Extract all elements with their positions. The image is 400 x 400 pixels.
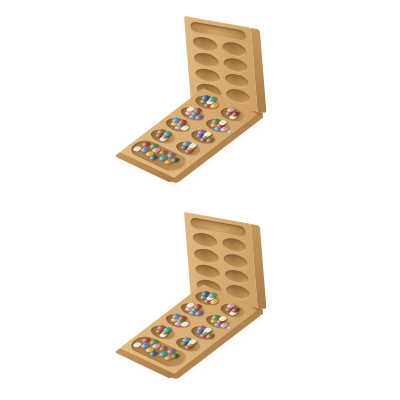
lid-pit-empty <box>224 268 249 286</box>
mancala-set-bottom <box>0 198 400 394</box>
lid-pit-empty <box>192 35 217 53</box>
lid-pit-empty <box>195 263 220 281</box>
lid-pit-empty <box>221 40 246 58</box>
lid-pit-empty <box>223 56 248 74</box>
lid-pit-empty <box>194 247 219 265</box>
mancala-set-top <box>0 2 400 198</box>
lid-pit-empty <box>223 252 248 270</box>
lid-pit-empty <box>224 72 249 90</box>
flat-pit-grid <box>126 92 252 174</box>
flat-pit-grid <box>126 288 252 370</box>
lid-pit-empty <box>221 236 246 254</box>
metal-clasp <box>227 130 232 134</box>
lid-pit-empty <box>192 231 217 249</box>
lid-pit-empty <box>195 67 220 85</box>
metal-clasp <box>227 326 232 330</box>
product-photo-canvas <box>0 0 400 400</box>
lid-pit-empty <box>194 51 219 69</box>
